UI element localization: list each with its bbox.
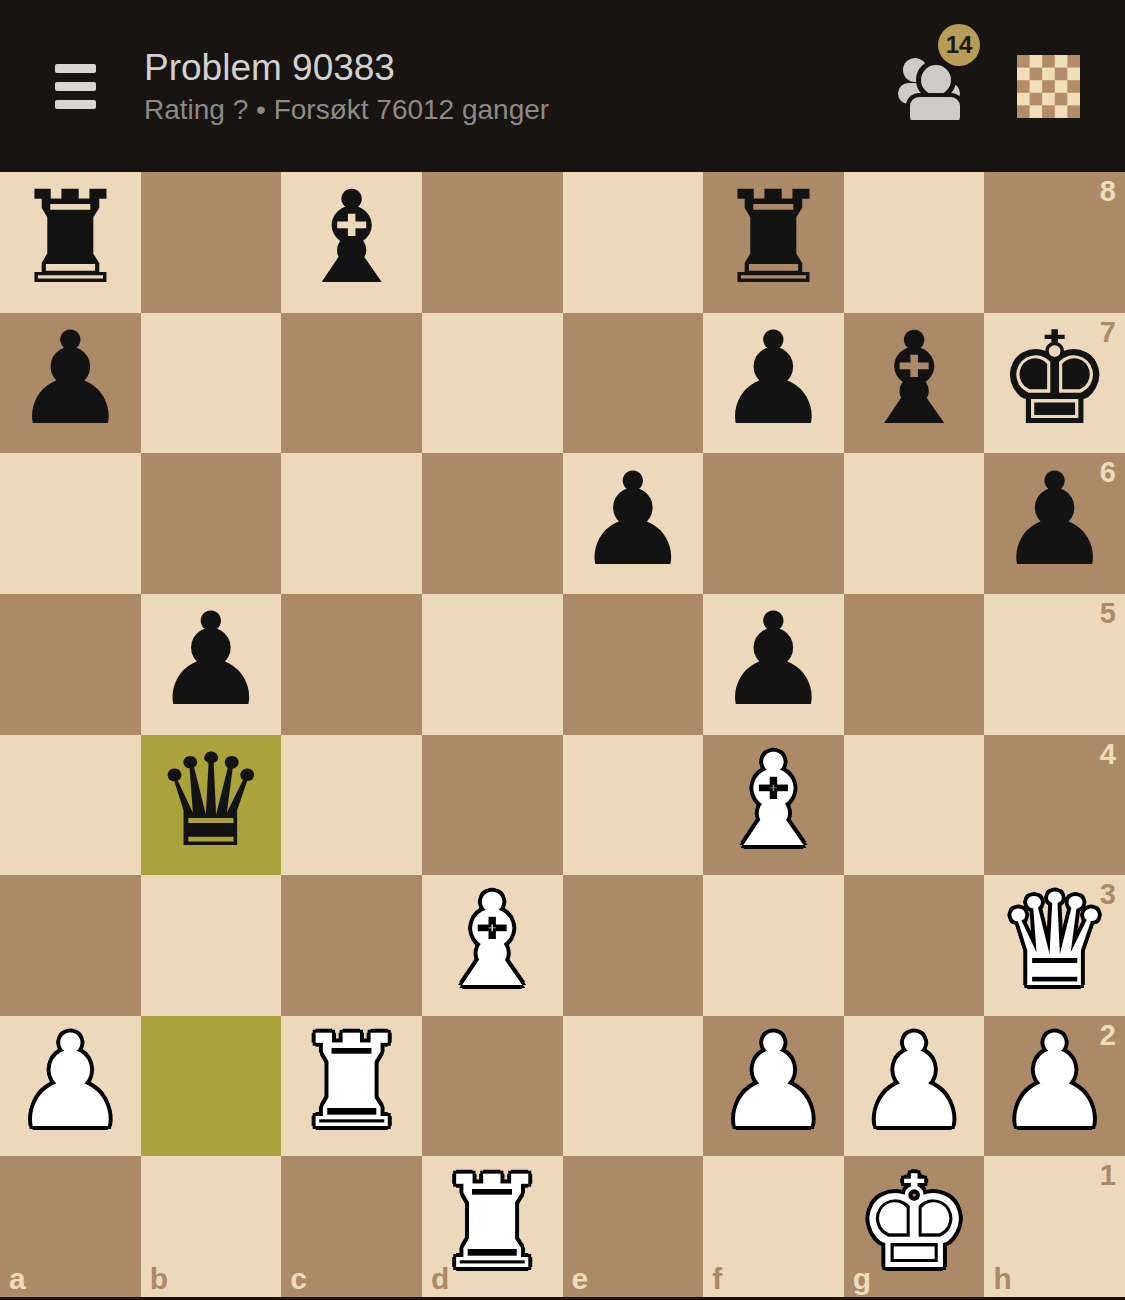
piece-black-pawn-f5[interactable]: ♟ (716, 596, 831, 724)
square-g4[interactable] (844, 735, 985, 876)
square-h1[interactable]: 1h (984, 1156, 1125, 1297)
piece-black-pawn-a7[interactable]: ♟ (13, 315, 128, 443)
piece-white-pawn-f2[interactable]: ♟ (716, 1018, 831, 1146)
square-e2[interactable] (563, 1016, 704, 1157)
square-a3[interactable] (0, 875, 141, 1016)
piece-white-pawn-a2[interactable]: ♟ (13, 1018, 128, 1146)
square-g8[interactable] (844, 172, 985, 313)
square-b1[interactable]: b (141, 1156, 282, 1297)
piece-black-rook-a8[interactable]: ♜ (13, 174, 128, 302)
square-h6[interactable]: 6♟ (984, 453, 1125, 594)
piece-white-rook-c2[interactable]: ♜ (294, 1018, 409, 1146)
piece-black-pawn-h6[interactable]: ♟ (997, 456, 1112, 584)
rank-label-5: 5 (1100, 597, 1116, 630)
piece-white-pawn-g2[interactable]: ♟ (857, 1018, 972, 1146)
piece-white-bishop-f4[interactable]: ♝ (716, 737, 831, 865)
piece-black-rook-f8[interactable]: ♜ (716, 174, 831, 302)
square-c4[interactable] (281, 735, 422, 876)
square-f2[interactable]: ♟ (703, 1016, 844, 1157)
square-d4[interactable] (422, 735, 563, 876)
square-g1[interactable]: g♚ (844, 1156, 985, 1297)
square-c2[interactable]: ♜ (281, 1016, 422, 1157)
square-h5[interactable]: 5 (984, 594, 1125, 735)
square-e1[interactable]: e (563, 1156, 704, 1297)
square-a7[interactable]: ♟ (0, 313, 141, 454)
square-b5[interactable]: ♟ (141, 594, 282, 735)
square-h2[interactable]: 2♟ (984, 1016, 1125, 1157)
square-e4[interactable] (563, 735, 704, 876)
square-d8[interactable] (422, 172, 563, 313)
mini-chessboard-icon[interactable] (1017, 55, 1080, 118)
square-g7[interactable]: ♝ (844, 313, 985, 454)
rank-label-8: 8 (1100, 175, 1116, 208)
square-g5[interactable] (844, 594, 985, 735)
hamburger-icon (55, 64, 96, 73)
file-label-e: e (572, 1262, 589, 1296)
square-a4[interactable] (0, 735, 141, 876)
square-a1[interactable]: a (0, 1156, 141, 1297)
square-c7[interactable] (281, 313, 422, 454)
square-g6[interactable] (844, 453, 985, 594)
piece-black-pawn-b5[interactable]: ♟ (154, 596, 269, 724)
square-d1[interactable]: d♜ (422, 1156, 563, 1297)
square-d6[interactable] (422, 453, 563, 594)
rank-label-1: 1 (1100, 1159, 1116, 1192)
piece-white-bishop-d3[interactable]: ♝ (435, 877, 550, 1005)
square-e8[interactable] (563, 172, 704, 313)
piece-black-king-h7[interactable]: ♚ (997, 315, 1112, 443)
piece-black-bishop-c8[interactable]: ♝ (294, 174, 409, 302)
piece-white-queen-h3[interactable]: ♛ (997, 877, 1112, 1005)
players-count-badge: 14 (938, 24, 980, 66)
square-c5[interactable] (281, 594, 422, 735)
square-b7[interactable] (141, 313, 282, 454)
piece-white-rook-d1[interactable]: ♜ (435, 1159, 550, 1287)
header-actions: 14 (898, 55, 1080, 118)
square-f4[interactable]: ♝ (703, 735, 844, 876)
file-label-a: a (9, 1262, 26, 1296)
page-title: Problem 90383 (144, 46, 549, 90)
piece-black-bishop-g7[interactable]: ♝ (857, 315, 972, 443)
piece-black-pawn-e6[interactable]: ♟ (575, 456, 690, 584)
square-h7[interactable]: 7♚ (984, 313, 1125, 454)
square-b3[interactable] (141, 875, 282, 1016)
square-c3[interactable] (281, 875, 422, 1016)
square-g3[interactable] (844, 875, 985, 1016)
square-f8[interactable]: ♜ (703, 172, 844, 313)
piece-white-pawn-h2[interactable]: ♟ (997, 1018, 1112, 1146)
square-b4[interactable]: ♛ (141, 735, 282, 876)
square-a6[interactable] (0, 453, 141, 594)
chess-board: ♜♝♜8♟♟♝7♚♟6♟♟♟5♛♝4♝3♛♟♜♟♟2♟abcd♜efg♚1h (0, 172, 1125, 1297)
square-d3[interactable]: ♝ (422, 875, 563, 1016)
square-e5[interactable] (563, 594, 704, 735)
square-b6[interactable] (141, 453, 282, 594)
square-e6[interactable]: ♟ (563, 453, 704, 594)
square-a2[interactable]: ♟ (0, 1016, 141, 1157)
square-h4[interactable]: 4 (984, 735, 1125, 876)
square-a5[interactable] (0, 594, 141, 735)
square-e7[interactable] (563, 313, 704, 454)
page-subtitle: Rating ? • Forsøkt 76012 ganger (144, 93, 549, 127)
app-header: Problem 90383 Rating ? • Forsøkt 76012 g… (0, 0, 1125, 172)
piece-black-pawn-f7[interactable]: ♟ (716, 315, 831, 443)
square-d2[interactable] (422, 1016, 563, 1157)
file-label-b: b (150, 1262, 168, 1296)
square-f7[interactable]: ♟ (703, 313, 844, 454)
square-c8[interactable]: ♝ (281, 172, 422, 313)
square-b8[interactable] (141, 172, 282, 313)
square-e3[interactable] (563, 875, 704, 1016)
file-label-h: h (993, 1262, 1011, 1296)
square-a8[interactable]: ♜ (0, 172, 141, 313)
file-label-f: f (712, 1262, 722, 1296)
square-h8[interactable]: 8 (984, 172, 1125, 313)
online-players-button[interactable]: 14 (898, 56, 962, 116)
piece-white-king-g1[interactable]: ♚ (857, 1159, 972, 1287)
square-h3[interactable]: 3♛ (984, 875, 1125, 1016)
square-f5[interactable]: ♟ (703, 594, 844, 735)
square-c1[interactable]: c (281, 1156, 422, 1297)
header-titles: Problem 90383 Rating ? • Forsøkt 76012 g… (144, 46, 549, 127)
square-d7[interactable] (422, 313, 563, 454)
square-f3[interactable] (703, 875, 844, 1016)
square-c6[interactable] (281, 453, 422, 594)
square-g2[interactable]: ♟ (844, 1016, 985, 1157)
square-f6[interactable] (703, 453, 844, 594)
square-d5[interactable] (422, 594, 563, 735)
square-b2[interactable] (141, 1016, 282, 1157)
piece-black-queen-b4[interactable]: ♛ (154, 737, 269, 865)
file-label-c: c (290, 1262, 307, 1296)
menu-button[interactable] (55, 64, 96, 109)
rank-label-4: 4 (1100, 738, 1116, 771)
square-f1[interactable]: f (703, 1156, 844, 1297)
